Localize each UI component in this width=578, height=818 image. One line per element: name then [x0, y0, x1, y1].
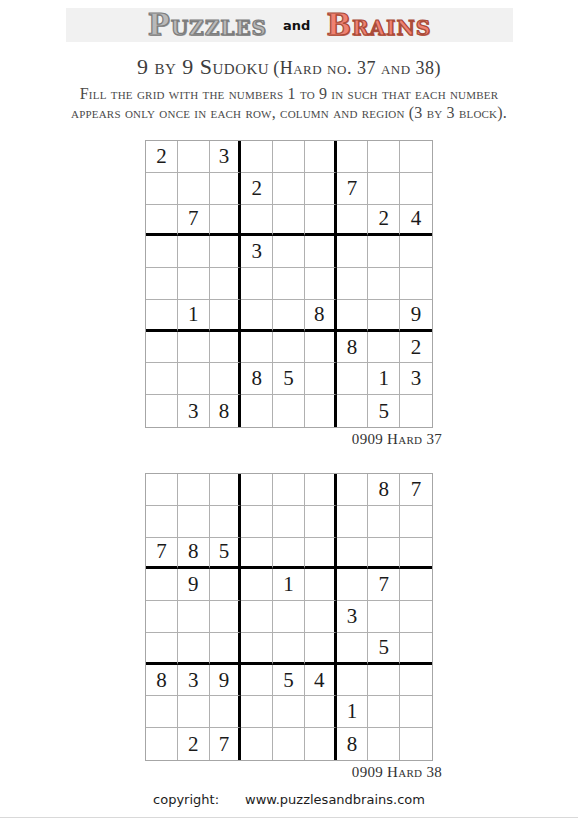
logo-word-brains: Brains: [326, 11, 431, 40]
sudoku-cell-r8c3: [210, 363, 242, 395]
sudoku-cell-r1c8: 8: [368, 474, 400, 506]
sudoku-cell-r2c7: [337, 506, 369, 538]
sudoku-cell-r3c8: 2: [368, 205, 400, 237]
sudoku-cell-r2c6: [305, 173, 337, 205]
sudoku-cell-r1c4: [241, 141, 273, 173]
sudoku-cell-r5c1: [146, 601, 178, 633]
sudoku-cell-r9c4: [241, 395, 273, 427]
sudoku-cell-r6c6: [305, 633, 337, 665]
sudoku-cell-r7c1: 8: [146, 665, 178, 697]
sudoku-cell-r1c3: 3: [210, 141, 242, 173]
sudoku-cell-r4c9: [400, 236, 432, 268]
page-title-suffix: (Hard no. 37 and 38): [273, 58, 441, 78]
sudoku-cell-r6c7: [337, 300, 369, 332]
sudoku-cell-r9c5: [273, 728, 305, 760]
sudoku-cell-r6c4: [241, 300, 273, 332]
puzzle-block-hard-38: 8778591735839541278 0909 Hard 38: [145, 473, 433, 781]
sudoku-cell-r6c7: [337, 633, 369, 665]
sudoku-cell-r4c8: [368, 236, 400, 268]
sudoku-cell-r4c1: [146, 236, 178, 268]
sudoku-cell-r8c2: [178, 696, 210, 728]
puzzle-block-hard-37: 23277243189828513385 0909 Hard 37: [145, 140, 433, 448]
sudoku-cell-r3c3: 5: [210, 538, 242, 570]
sudoku-cell-r2c3: [210, 506, 242, 538]
sudoku-cell-r7c8: [368, 665, 400, 697]
sudoku-cell-r9c6: [305, 395, 337, 427]
sudoku-cell-r5c2: [178, 601, 210, 633]
sudoku-cell-r2c8: [368, 173, 400, 205]
site-url: www.puzzlesandbrains.com: [245, 792, 425, 807]
sudoku-cell-r6c1: [146, 633, 178, 665]
sudoku-cell-r3c8: [368, 538, 400, 570]
sudoku-cell-r8c1: [146, 696, 178, 728]
sudoku-cell-r4c4: [241, 569, 273, 601]
copyright-label: copyright:: [153, 792, 219, 807]
sudoku-cell-r7c2: [178, 332, 210, 364]
sudoku-cell-r7c9: [400, 665, 432, 697]
puzzle-caption-hard-38: 0909 Hard 38: [145, 764, 442, 781]
sudoku-cell-r6c2: [178, 633, 210, 665]
sudoku-cell-r6c8: [368, 300, 400, 332]
sudoku-cell-r8c5: 5: [273, 363, 305, 395]
sudoku-cell-r9c9: [400, 728, 432, 760]
sudoku-cell-r8c4: 8: [241, 363, 273, 395]
sudoku-cell-r3c2: 7: [178, 205, 210, 237]
instructions: Fill the grid with the numbers 1 to 9 in…: [0, 84, 578, 122]
sudoku-cell-r6c4: [241, 633, 273, 665]
sudoku-cell-r9c9: [400, 395, 432, 427]
sudoku-cell-r9c7: [337, 395, 369, 427]
sudoku-grid-hard-38: 8778591735839541278: [145, 473, 433, 761]
sudoku-cell-r7c2: 3: [178, 665, 210, 697]
sudoku-cell-r1c3: [210, 474, 242, 506]
sudoku-cell-r1c7: [337, 141, 369, 173]
sudoku-cell-r5c5: [273, 601, 305, 633]
sudoku-cell-r9c2: 2: [178, 728, 210, 760]
sudoku-cell-r3c4: [241, 205, 273, 237]
sudoku-cell-r9c8: [368, 728, 400, 760]
sudoku-cell-r2c4: [241, 506, 273, 538]
site-logo: Puzzles and Brains: [148, 11, 431, 40]
sudoku-cell-r1c1: [146, 474, 178, 506]
sudoku-cell-r4c1: [146, 569, 178, 601]
sudoku-cell-r7c7: [337, 665, 369, 697]
sudoku-cell-r3c4: [241, 538, 273, 570]
sudoku-cell-r6c9: [400, 633, 432, 665]
sudoku-cell-r8c8: 1: [368, 363, 400, 395]
instructions-line-2: appears only once in each row, column an…: [0, 103, 578, 122]
sudoku-cell-r5c2: [178, 268, 210, 300]
sudoku-cell-r8c7: 1: [337, 696, 369, 728]
sudoku-cell-r7c4: [241, 665, 273, 697]
sudoku-cell-r6c2: 1: [178, 300, 210, 332]
sudoku-cell-r5c6: [305, 601, 337, 633]
sudoku-cell-r1c5: [273, 141, 305, 173]
sudoku-cell-r7c4: [241, 332, 273, 364]
page-title: 9 by 9 Sudoku (Hard no. 37 and 38): [0, 54, 578, 80]
sudoku-cell-r5c8: [368, 601, 400, 633]
sudoku-cell-r9c3: 8: [210, 395, 242, 427]
sudoku-cell-r9c4: [241, 728, 273, 760]
logo-conjunction: and: [283, 18, 310, 33]
sudoku-cell-r7c3: [210, 332, 242, 364]
sudoku-cell-r5c4: [241, 268, 273, 300]
sudoku-cell-r4c9: [400, 569, 432, 601]
sudoku-cell-r9c6: [305, 728, 337, 760]
sudoku-cell-r4c7: [337, 569, 369, 601]
sudoku-cell-r5c8: [368, 268, 400, 300]
sudoku-cell-r2c5: [273, 173, 305, 205]
sudoku-cell-r3c9: [400, 538, 432, 570]
sudoku-cell-r2c6: [305, 506, 337, 538]
sudoku-cell-r3c2: 8: [178, 538, 210, 570]
sudoku-cell-r4c3: [210, 569, 242, 601]
sudoku-cell-r1c1: 2: [146, 141, 178, 173]
sudoku-cell-r4c8: 7: [368, 569, 400, 601]
page: Puzzles and Brains 9 by 9 Sudoku (Hard n…: [0, 0, 578, 818]
sudoku-cell-r3c5: [273, 538, 305, 570]
sudoku-cell-r1c9: 7: [400, 474, 432, 506]
sudoku-cell-r2c4: 2: [241, 173, 273, 205]
sudoku-cell-r4c6: [305, 569, 337, 601]
sudoku-cell-r4c3: [210, 236, 242, 268]
sudoku-cell-r5c5: [273, 268, 305, 300]
sudoku-cell-r4c4: 3: [241, 236, 273, 268]
sudoku-cell-r2c3: [210, 173, 242, 205]
sudoku-cell-r1c2: [178, 474, 210, 506]
sudoku-cell-r4c5: [273, 236, 305, 268]
sudoku-cell-r5c7: 3: [337, 601, 369, 633]
sudoku-cell-r6c3: [210, 633, 242, 665]
sudoku-cell-r1c4: [241, 474, 273, 506]
sudoku-cell-r7c3: 9: [210, 665, 242, 697]
page-title-main: 9 by 9 Sudoku: [137, 54, 269, 79]
sudoku-cell-r2c1: [146, 173, 178, 205]
puzzle-caption-hard-37: 0909 Hard 37: [145, 431, 442, 448]
sudoku-cell-r2c7: 7: [337, 173, 369, 205]
sudoku-cell-r2c9: [400, 506, 432, 538]
sudoku-cell-r4c7: [337, 236, 369, 268]
sudoku-cell-r3c5: [273, 205, 305, 237]
sudoku-cell-r9c1: [146, 728, 178, 760]
sudoku-cell-r8c6: [305, 363, 337, 395]
sudoku-cell-r6c9: 9: [400, 300, 432, 332]
sudoku-cell-r2c1: [146, 506, 178, 538]
sudoku-cell-r8c5: [273, 696, 305, 728]
sudoku-cell-r7c6: [305, 332, 337, 364]
sudoku-cell-r8c1: [146, 363, 178, 395]
instructions-line-1: Fill the grid with the numbers 1 to 9 in…: [0, 84, 578, 103]
sudoku-cell-r5c3: [210, 268, 242, 300]
header-banner: Puzzles and Brains: [66, 8, 513, 42]
sudoku-cell-r8c8: [368, 696, 400, 728]
sudoku-cell-r5c9: [400, 268, 432, 300]
sudoku-cell-r6c3: [210, 300, 242, 332]
sudoku-cell-r7c5: [273, 332, 305, 364]
sudoku-cell-r7c9: 2: [400, 332, 432, 364]
sudoku-cell-r2c2: [178, 173, 210, 205]
sudoku-cell-r8c4: [241, 696, 273, 728]
sudoku-cell-r1c6: [305, 141, 337, 173]
sudoku-cell-r3c1: [146, 205, 178, 237]
sudoku-cell-r3c1: 7: [146, 538, 178, 570]
sudoku-cell-r8c2: [178, 363, 210, 395]
sudoku-cell-r3c3: [210, 205, 242, 237]
sudoku-cell-r5c3: [210, 601, 242, 633]
sudoku-cell-r7c5: 5: [273, 665, 305, 697]
sudoku-cell-r2c9: [400, 173, 432, 205]
sudoku-cell-r4c2: 9: [178, 569, 210, 601]
sudoku-cell-r8c6: [305, 696, 337, 728]
sudoku-cell-r5c7: [337, 268, 369, 300]
sudoku-cell-r3c6: [305, 205, 337, 237]
sudoku-cell-r1c9: [400, 141, 432, 173]
sudoku-cell-r5c1: [146, 268, 178, 300]
sudoku-cell-r3c7: [337, 538, 369, 570]
sudoku-cell-r9c5: [273, 395, 305, 427]
sudoku-cell-r8c3: [210, 696, 242, 728]
sudoku-cell-r1c8: [368, 141, 400, 173]
sudoku-cell-r6c8: 5: [368, 633, 400, 665]
sudoku-cell-r2c2: [178, 506, 210, 538]
sudoku-cell-r2c8: [368, 506, 400, 538]
sudoku-cell-r5c6: [305, 268, 337, 300]
sudoku-cell-r9c3: 7: [210, 728, 242, 760]
sudoku-cell-r1c5: [273, 474, 305, 506]
sudoku-cell-r7c6: 4: [305, 665, 337, 697]
sudoku-cell-r4c5: 1: [273, 569, 305, 601]
sudoku-cell-r5c9: [400, 601, 432, 633]
sudoku-cell-r6c1: [146, 300, 178, 332]
sudoku-cell-r1c6: [305, 474, 337, 506]
sudoku-cell-r2c5: [273, 506, 305, 538]
sudoku-cell-r4c6: [305, 236, 337, 268]
sudoku-cell-r4c2: [178, 236, 210, 268]
sudoku-cell-r5c4: [241, 601, 273, 633]
sudoku-cell-r3c9: 4: [400, 205, 432, 237]
sudoku-cell-r1c2: [178, 141, 210, 173]
sudoku-cell-r9c2: 3: [178, 395, 210, 427]
sudoku-cell-r7c7: 8: [337, 332, 369, 364]
sudoku-grid-hard-37: 23277243189828513385: [145, 140, 433, 428]
sudoku-cell-r9c8: 5: [368, 395, 400, 427]
sudoku-cell-r9c7: 8: [337, 728, 369, 760]
sudoku-cell-r8c9: 3: [400, 363, 432, 395]
sudoku-cell-r3c7: [337, 205, 369, 237]
sudoku-cell-r9c1: [146, 395, 178, 427]
sudoku-cell-r3c6: [305, 538, 337, 570]
logo-word-puzzles: Puzzles: [148, 11, 267, 40]
footer: copyright: www.puzzlesandbrains.com: [0, 792, 578, 807]
sudoku-cell-r7c1: [146, 332, 178, 364]
sudoku-cell-r8c9: [400, 696, 432, 728]
sudoku-cell-r7c8: [368, 332, 400, 364]
sudoku-cell-r6c5: [273, 300, 305, 332]
sudoku-cell-r1c7: [337, 474, 369, 506]
sudoku-cell-r6c6: 8: [305, 300, 337, 332]
sudoku-cell-r6c5: [273, 633, 305, 665]
sudoku-cell-r8c7: [337, 363, 369, 395]
